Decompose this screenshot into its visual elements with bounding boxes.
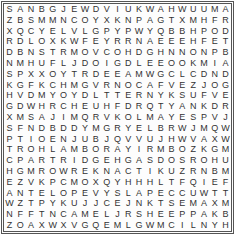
grid-cell[interactable]: J	[47, 112, 58, 123]
grid-cell[interactable]: C	[47, 80, 58, 91]
grid-cell[interactable]: M	[90, 123, 101, 134]
grid-cell[interactable]: G	[155, 69, 166, 80]
grid-cell[interactable]: A	[134, 155, 145, 166]
grid-cell[interactable]: E	[220, 90, 231, 101]
grid-cell[interactable]: N	[4, 58, 15, 69]
grid-cell[interactable]: L	[47, 188, 58, 199]
grid-cell[interactable]: P	[4, 134, 15, 145]
grid-cell[interactable]: Q	[209, 123, 220, 134]
grid-cell[interactable]: E	[166, 209, 177, 220]
grid-cell[interactable]: R	[188, 166, 199, 177]
grid-cell[interactable]: Z	[188, 80, 199, 91]
grid-cell[interactable]: M	[112, 220, 123, 231]
grid-cell[interactable]: R	[166, 123, 177, 134]
grid-cell[interactable]: A	[36, 112, 47, 123]
grid-cell[interactable]: H	[112, 155, 123, 166]
grid-cell[interactable]: T	[112, 90, 123, 101]
grid-cell[interactable]: M	[220, 166, 231, 177]
grid-cell[interactable]: E	[101, 220, 112, 231]
grid-cell[interactable]: E	[90, 209, 101, 220]
grid-cell[interactable]: W	[177, 134, 188, 145]
grid-cell[interactable]: B	[220, 47, 231, 58]
grid-cell[interactable]: A	[26, 220, 37, 231]
grid-cell[interactable]: Q	[80, 112, 91, 123]
grid-cell[interactable]: Q	[101, 177, 112, 188]
grid-cell[interactable]: P	[15, 155, 26, 166]
grid-cell[interactable]: O	[80, 47, 91, 58]
grid-cell[interactable]: F	[80, 36, 91, 47]
grid-cell[interactable]: E	[134, 123, 145, 134]
grid-cell[interactable]: Y	[123, 145, 134, 156]
grid-cell[interactable]: J	[90, 199, 101, 210]
grid-cell[interactable]: N	[4, 209, 15, 220]
grid-cell[interactable]: U	[199, 4, 210, 15]
grid-cell[interactable]: T	[155, 199, 166, 210]
grid-cell[interactable]: A	[69, 209, 80, 220]
grid-cell[interactable]: M	[69, 112, 80, 123]
grid-cell[interactable]: J	[155, 134, 166, 145]
grid-cell[interactable]: J	[101, 134, 112, 145]
grid-cell[interactable]: D	[80, 155, 91, 166]
grid-cell[interactable]: E	[101, 155, 112, 166]
grid-cell[interactable]: V	[134, 134, 145, 145]
grid-cell[interactable]: B	[15, 47, 26, 58]
grid-cell[interactable]: X	[4, 112, 15, 123]
grid-cell[interactable]: W	[80, 4, 91, 15]
grid-cell[interactable]: X	[58, 220, 69, 231]
grid-cell[interactable]: A	[112, 145, 123, 156]
grid-cell[interactable]: Q	[112, 134, 123, 145]
grid-cell[interactable]: Y	[155, 90, 166, 101]
grid-cell[interactable]: V	[123, 134, 134, 145]
grid-cell[interactable]: H	[134, 177, 145, 188]
grid-cell[interactable]: O	[199, 155, 210, 166]
grid-cell[interactable]: H	[26, 58, 37, 69]
grid-cell[interactable]: Y	[209, 220, 220, 231]
grid-cell[interactable]: D	[58, 123, 69, 134]
grid-cell[interactable]: S	[134, 209, 145, 220]
grid-cell[interactable]: R	[188, 155, 199, 166]
grid-cell[interactable]: F	[47, 58, 58, 69]
grid-cell[interactable]: F	[26, 80, 37, 91]
grid-cell[interactable]: M	[26, 166, 37, 177]
grid-cell[interactable]: P	[101, 26, 112, 37]
grid-cell[interactable]: L	[123, 220, 134, 231]
grid-cell[interactable]: E	[155, 188, 166, 199]
grid-cell[interactable]: M	[36, 90, 47, 101]
grid-cell[interactable]: Y	[112, 177, 123, 188]
grid-cell[interactable]: W	[177, 4, 188, 15]
grid-cell[interactable]: M	[199, 123, 210, 134]
grid-cell[interactable]: F	[15, 123, 26, 134]
grid-cell[interactable]: O	[177, 58, 188, 69]
grid-cell[interactable]: T	[220, 36, 231, 47]
grid-cell[interactable]: E	[177, 199, 188, 210]
grid-cell[interactable]: R	[112, 123, 123, 134]
grid-cell[interactable]: H	[101, 101, 112, 112]
grid-cell[interactable]: H	[123, 177, 134, 188]
grid-cell[interactable]: C	[188, 69, 199, 80]
grid-cell[interactable]: X	[101, 15, 112, 26]
grid-cell[interactable]: N	[177, 47, 188, 58]
grid-cell[interactable]: N	[58, 134, 69, 145]
grid-cell[interactable]: D	[80, 58, 91, 69]
grid-cell[interactable]: L	[123, 188, 134, 199]
grid-cell[interactable]: C	[26, 26, 37, 37]
grid-cell[interactable]: P	[199, 26, 210, 37]
grid-cell[interactable]: O	[166, 155, 177, 166]
grid-cell[interactable]: A	[155, 112, 166, 123]
grid-cell[interactable]: G	[134, 220, 145, 231]
grid-cell[interactable]: L	[47, 145, 58, 156]
grid-cell[interactable]: I	[58, 112, 69, 123]
grid-cell[interactable]: O	[123, 80, 134, 91]
grid-cell[interactable]: D	[26, 90, 37, 101]
grid-cell[interactable]: K	[145, 199, 156, 210]
grid-cell[interactable]: E	[166, 36, 177, 47]
grid-cell[interactable]: G	[15, 80, 26, 91]
grid-cell[interactable]: R	[134, 90, 145, 101]
grid-cell[interactable]: V	[26, 177, 37, 188]
grid-cell[interactable]: O	[58, 90, 69, 101]
grid-cell[interactable]: I	[69, 155, 80, 166]
grid-cell[interactable]: L	[58, 26, 69, 37]
grid-cell[interactable]: E	[80, 166, 91, 177]
grid-cell[interactable]: V	[69, 220, 80, 231]
grid-cell[interactable]: B	[209, 166, 220, 177]
grid-cell[interactable]: N	[188, 101, 199, 112]
grid-cell[interactable]: C	[58, 101, 69, 112]
grid-cell[interactable]: T	[101, 90, 112, 101]
grid-cell[interactable]: M	[155, 220, 166, 231]
grid-cell[interactable]: P	[177, 209, 188, 220]
grid-cell[interactable]: R	[58, 155, 69, 166]
grid-cell[interactable]: K	[199, 101, 210, 112]
grid-cell[interactable]: D	[220, 69, 231, 80]
grid-cell[interactable]: O	[90, 58, 101, 69]
grid-cell[interactable]: J	[123, 199, 134, 210]
grid-cell[interactable]: W	[58, 166, 69, 177]
grid-cell[interactable]: E	[112, 199, 123, 210]
grid-cell[interactable]: X	[36, 69, 47, 80]
grid-cell[interactable]: M	[69, 47, 80, 58]
grid-cell[interactable]: N	[112, 80, 123, 91]
grid-cell[interactable]: M	[145, 112, 156, 123]
grid-cell[interactable]: A	[199, 199, 210, 210]
grid-cell[interactable]: R	[90, 112, 101, 123]
grid-cell[interactable]: A	[4, 188, 15, 199]
grid-cell[interactable]: A	[112, 166, 123, 177]
grid-cell[interactable]: O	[15, 220, 26, 231]
grid-cell[interactable]: A	[15, 4, 26, 15]
grid-cell[interactable]: N	[199, 47, 210, 58]
grid-cell[interactable]: M	[69, 177, 80, 188]
grid-cell[interactable]: N	[47, 209, 58, 220]
grid-cell[interactable]: L	[188, 220, 199, 231]
grid-cell[interactable]: P	[199, 112, 210, 123]
grid-cell[interactable]: F	[199, 36, 210, 47]
grid-cell[interactable]: H	[145, 209, 156, 220]
grid-cell[interactable]: S	[36, 47, 47, 58]
grid-cell[interactable]: B	[166, 26, 177, 37]
grid-cell[interactable]: X	[26, 69, 37, 80]
grid-cell[interactable]: N	[134, 199, 145, 210]
grid-cell[interactable]: T	[4, 145, 15, 156]
grid-cell[interactable]: K	[4, 80, 15, 91]
grid-cell[interactable]: B	[80, 145, 91, 156]
grid-cell[interactable]: M	[188, 15, 199, 26]
grid-cell[interactable]: I	[134, 145, 145, 156]
grid-cell[interactable]: S	[26, 15, 37, 26]
grid-cell[interactable]: C	[101, 47, 112, 58]
grid-cell[interactable]: M	[220, 145, 231, 156]
grid-cell[interactable]: K	[58, 199, 69, 210]
grid-cell[interactable]: T	[166, 15, 177, 26]
grid-cell[interactable]: U	[80, 134, 91, 145]
grid-cell[interactable]: E	[177, 112, 188, 123]
grid-cell[interactable]: Y	[166, 112, 177, 123]
grid-cell[interactable]: Z	[177, 166, 188, 177]
grid-cell[interactable]: D	[220, 26, 231, 37]
grid-cell[interactable]: F	[112, 101, 123, 112]
grid-cell[interactable]: A	[145, 15, 156, 26]
grid-cell[interactable]: H	[69, 101, 80, 112]
grid-cell[interactable]: E	[209, 36, 220, 47]
grid-cell[interactable]: J	[69, 58, 80, 69]
grid-cell[interactable]: X	[4, 26, 15, 37]
grid-cell[interactable]: A	[123, 69, 134, 80]
grid-cell[interactable]: O	[36, 134, 47, 145]
grid-cell[interactable]: K	[112, 15, 123, 26]
grid-cell[interactable]: U	[69, 199, 80, 210]
grid-cell[interactable]: G	[80, 220, 91, 231]
grid-cell[interactable]: K	[188, 58, 199, 69]
grid-cell[interactable]: J	[220, 112, 231, 123]
grid-cell[interactable]: X	[209, 134, 220, 145]
grid-cell[interactable]: L	[58, 58, 69, 69]
grid-cell[interactable]: G	[80, 80, 91, 91]
grid-cell[interactable]: M	[155, 145, 166, 156]
grid-cell[interactable]: U	[188, 90, 199, 101]
grid-cell[interactable]: X	[47, 36, 58, 47]
grid-cell[interactable]: P	[36, 199, 47, 210]
grid-cell[interactable]: Q	[15, 26, 26, 37]
grid-cell[interactable]: D	[15, 36, 26, 47]
grid-cell[interactable]: S	[166, 199, 177, 210]
grid-cell[interactable]: F	[155, 80, 166, 91]
grid-cell[interactable]: Y	[101, 36, 112, 47]
grid-cell[interactable]: B	[177, 26, 188, 37]
grid-cell[interactable]: E	[69, 4, 80, 15]
grid-cell[interactable]: E	[4, 177, 15, 188]
grid-cell[interactable]: G	[145, 47, 156, 58]
grid-cell[interactable]: D	[80, 90, 91, 101]
grid-cell[interactable]: C	[166, 188, 177, 199]
grid-cell[interactable]: E	[90, 36, 101, 47]
grid-cell[interactable]: R	[123, 209, 134, 220]
grid-cell[interactable]: X	[177, 15, 188, 26]
grid-cell[interactable]: B	[90, 134, 101, 145]
grid-cell[interactable]: D	[123, 58, 134, 69]
grid-cell[interactable]: G	[90, 155, 101, 166]
grid-cell[interactable]: C	[101, 199, 112, 210]
grid-cell[interactable]: C	[134, 80, 145, 91]
grid-cell[interactable]: L	[145, 123, 156, 134]
grid-cell[interactable]: Y	[58, 69, 69, 80]
grid-cell[interactable]: E	[209, 177, 220, 188]
grid-cell[interactable]: O	[80, 177, 91, 188]
grid-cell[interactable]: W	[69, 36, 80, 47]
grid-cell[interactable]: P	[123, 26, 134, 37]
grid-cell[interactable]: H	[36, 101, 47, 112]
grid-cell[interactable]: K	[134, 4, 145, 15]
grid-cell[interactable]: T	[26, 199, 37, 210]
grid-cell[interactable]: H	[155, 47, 166, 58]
grid-cell[interactable]: E	[101, 69, 112, 80]
grid-cell[interactable]: S	[177, 155, 188, 166]
grid-cell[interactable]: D	[36, 123, 47, 134]
grid-cell[interactable]: U	[220, 155, 231, 166]
grid-cell[interactable]: G	[47, 4, 58, 15]
grid-cell[interactable]: D	[4, 47, 15, 58]
grid-cell[interactable]: R	[220, 15, 231, 26]
grid-cell[interactable]: A	[199, 134, 210, 145]
grid-cell[interactable]: Z	[15, 177, 26, 188]
grid-cell[interactable]: M	[188, 199, 199, 210]
grid-cell[interactable]: E	[47, 134, 58, 145]
grid-cell[interactable]: D	[15, 101, 26, 112]
grid-cell[interactable]: O	[188, 47, 199, 58]
grid-cell[interactable]: J	[188, 123, 199, 134]
grid-cell[interactable]: L	[26, 36, 37, 47]
grid-cell[interactable]: R	[58, 47, 69, 58]
grid-cell[interactable]: Z	[4, 15, 15, 26]
grid-cell[interactable]: O	[209, 80, 220, 91]
grid-cell[interactable]: S	[112, 188, 123, 199]
grid-cell[interactable]: J	[69, 134, 80, 145]
grid-cell[interactable]: J	[199, 80, 210, 91]
grid-cell[interactable]: T	[134, 166, 145, 177]
grid-cell[interactable]: I	[101, 58, 112, 69]
grid-cell[interactable]: L	[134, 58, 145, 69]
grid-cell[interactable]: K	[209, 209, 220, 220]
grid-cell[interactable]: P	[134, 15, 145, 26]
grid-cell[interactable]: N	[134, 36, 145, 47]
grid-cell[interactable]: H	[188, 26, 199, 37]
grid-cell[interactable]: V	[15, 90, 26, 101]
grid-cell[interactable]: I	[209, 58, 220, 69]
grid-cell[interactable]: V	[69, 26, 80, 37]
grid-cell[interactable]: Y	[166, 101, 177, 112]
grid-cell[interactable]: K	[58, 36, 69, 47]
grid-cell[interactable]: M	[15, 58, 26, 69]
grid-cell[interactable]: C	[166, 220, 177, 231]
grid-cell[interactable]: D	[209, 101, 220, 112]
grid-cell[interactable]: R	[145, 145, 156, 156]
grid-cell[interactable]: A	[220, 4, 231, 15]
grid-cell[interactable]: O	[58, 188, 69, 199]
grid-cell[interactable]: V	[166, 80, 177, 91]
grid-cell[interactable]: G	[112, 58, 123, 69]
grid-cell[interactable]: A	[58, 145, 69, 156]
grid-cell[interactable]: O	[209, 26, 220, 37]
grid-cell[interactable]: N	[209, 69, 220, 80]
grid-cell[interactable]: T	[26, 188, 37, 199]
grid-cell[interactable]: E	[155, 209, 166, 220]
grid-cell[interactable]: M	[69, 80, 80, 91]
grid-cell[interactable]: E	[145, 58, 156, 69]
grid-cell[interactable]: H	[123, 47, 134, 58]
grid-cell[interactable]: I	[26, 134, 37, 145]
grid-cell[interactable]: K	[36, 177, 47, 188]
grid-cell[interactable]: E	[47, 26, 58, 37]
grid-cell[interactable]: S	[4, 123, 15, 134]
grid-cell[interactable]: T	[220, 188, 231, 199]
grid-cell[interactable]: N	[166, 47, 177, 58]
grid-cell[interactable]: V	[188, 134, 199, 145]
grid-cell[interactable]: X	[209, 199, 220, 210]
grid-cell[interactable]: R	[112, 36, 123, 47]
grid-cell[interactable]: H	[4, 90, 15, 101]
grid-cell[interactable]: W	[47, 220, 58, 231]
grid-cell[interactable]: C	[177, 188, 188, 199]
grid-cell[interactable]: T	[36, 209, 47, 220]
grid-cell[interactable]: Q	[188, 177, 199, 188]
grid-cell[interactable]: G	[209, 145, 220, 156]
grid-cell[interactable]: T	[166, 177, 177, 188]
grid-cell[interactable]: Q	[145, 101, 156, 112]
grid-cell[interactable]: U	[188, 4, 199, 15]
grid-cell[interactable]: K	[36, 80, 47, 91]
grid-cell[interactable]: K	[155, 166, 166, 177]
grid-cell[interactable]: P	[145, 188, 156, 199]
grid-cell[interactable]: N	[26, 4, 37, 15]
grid-cell[interactable]: R	[123, 36, 134, 47]
grid-cell[interactable]: J	[80, 199, 91, 210]
grid-cell[interactable]: D	[123, 101, 134, 112]
grid-cell[interactable]: P	[15, 69, 26, 80]
grid-cell[interactable]: N	[26, 123, 37, 134]
grid-cell[interactable]: T	[209, 188, 220, 199]
grid-cell[interactable]: G	[4, 101, 15, 112]
grid-cell[interactable]: U	[188, 188, 199, 199]
grid-cell[interactable]: V	[101, 112, 112, 123]
grid-cell[interactable]: O	[36, 36, 47, 47]
grid-cell[interactable]: M	[220, 199, 231, 210]
grid-cell[interactable]: S	[4, 4, 15, 15]
grid-cell[interactable]: M	[209, 4, 220, 15]
grid-cell[interactable]: V	[90, 47, 101, 58]
grid-cell[interactable]: O	[80, 15, 91, 26]
grid-cell[interactable]: D	[90, 4, 101, 15]
grid-cell[interactable]: E	[177, 36, 188, 47]
grid-cell[interactable]: B	[166, 145, 177, 156]
grid-cell[interactable]: O	[47, 69, 58, 80]
grid-cell[interactable]: X	[36, 220, 47, 231]
grid-cell[interactable]: K	[166, 90, 177, 101]
grid-cell[interactable]: K	[199, 145, 210, 156]
grid-cell[interactable]: I	[112, 4, 123, 15]
grid-cell[interactable]: H	[209, 155, 220, 166]
grid-cell[interactable]: R	[15, 145, 26, 156]
grid-cell[interactable]: O	[47, 166, 58, 177]
grid-cell[interactable]: Q	[155, 26, 166, 37]
grid-cell[interactable]: E	[155, 36, 166, 47]
grid-cell[interactable]: I	[145, 166, 156, 177]
grid-cell[interactable]: L	[134, 112, 145, 123]
grid-cell[interactable]: U	[166, 166, 177, 177]
grid-cell[interactable]: G	[220, 80, 231, 91]
